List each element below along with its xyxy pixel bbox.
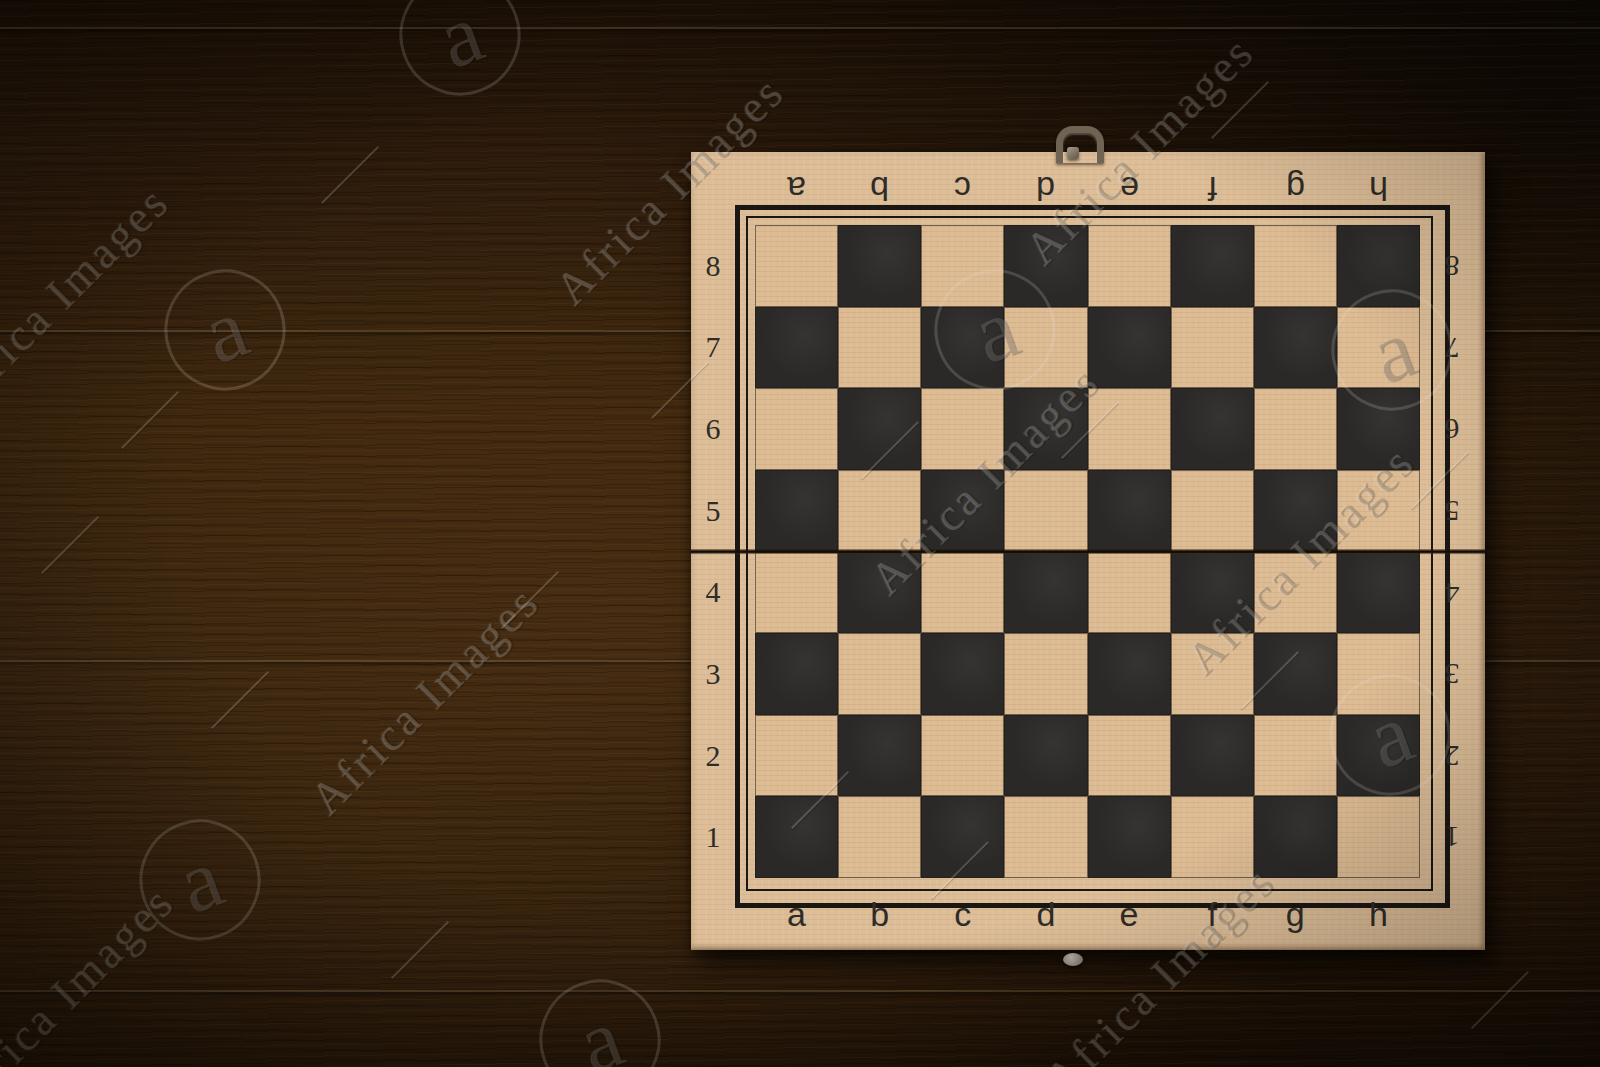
file-label-bottom-d: d <box>1004 888 1087 940</box>
file-label-top-b: b <box>838 164 921 214</box>
square-e2[interactable] <box>1088 715 1171 797</box>
square-a2[interactable] <box>755 715 838 797</box>
square-e3[interactable] <box>1088 633 1171 715</box>
square-f2[interactable] <box>1171 715 1254 797</box>
chessboard: abcdefgh abcdefgh 87654321 87654321 <box>691 152 1485 950</box>
file-label-top-d: d <box>1004 164 1087 214</box>
square-c6[interactable] <box>921 388 1004 470</box>
square-b6[interactable] <box>838 388 921 470</box>
rank-label-right-8: 8 <box>1419 225 1485 307</box>
file-label-bottom-c: c <box>921 888 1004 940</box>
file-label-top-c: c <box>921 164 1004 214</box>
square-h2[interactable] <box>1337 715 1420 797</box>
square-d4[interactable] <box>1004 552 1087 634</box>
square-g3[interactable] <box>1254 633 1337 715</box>
square-c4[interactable] <box>921 552 1004 634</box>
rank-label-left-3: 3 <box>691 633 735 715</box>
rank-label-left-4: 4 <box>691 552 735 634</box>
square-d5[interactable] <box>1004 470 1087 552</box>
square-h8[interactable] <box>1337 225 1420 307</box>
file-label-bottom-a: a <box>755 888 838 940</box>
square-g8[interactable] <box>1254 225 1337 307</box>
metal-clasp-icon <box>1056 126 1104 163</box>
file-label-top-f: f <box>1171 164 1254 214</box>
square-a3[interactable] <box>755 633 838 715</box>
square-b2[interactable] <box>838 715 921 797</box>
square-b7[interactable] <box>838 307 921 389</box>
file-label-bottom-f: f <box>1171 888 1254 940</box>
square-b4[interactable] <box>838 552 921 634</box>
square-e4[interactable] <box>1088 552 1171 634</box>
square-a8[interactable] <box>755 225 838 307</box>
fold-seam <box>691 549 1485 554</box>
square-h4[interactable] <box>1337 552 1420 634</box>
square-g4[interactable] <box>1254 552 1337 634</box>
rank-label-right-3: 3 <box>1419 633 1485 715</box>
square-d7[interactable] <box>1004 307 1087 389</box>
file-labels-top: abcdefgh <box>755 164 1420 214</box>
square-c2[interactable] <box>921 715 1004 797</box>
square-e6[interactable] <box>1088 388 1171 470</box>
table-plank-seam <box>0 990 1600 992</box>
square-g1[interactable] <box>1254 796 1337 878</box>
file-label-bottom-e: e <box>1088 888 1171 940</box>
metal-knob-icon <box>1063 953 1083 966</box>
rank-label-left-8: 8 <box>691 225 735 307</box>
square-f5[interactable] <box>1171 470 1254 552</box>
square-g2[interactable] <box>1254 715 1337 797</box>
square-c8[interactable] <box>921 225 1004 307</box>
square-d8[interactable] <box>1004 225 1087 307</box>
square-c7[interactable] <box>921 307 1004 389</box>
square-f3[interactable] <box>1171 633 1254 715</box>
square-d3[interactable] <box>1004 633 1087 715</box>
square-g5[interactable] <box>1254 470 1337 552</box>
square-h1[interactable] <box>1337 796 1420 878</box>
square-a7[interactable] <box>755 307 838 389</box>
table-plank-seam <box>0 27 1600 29</box>
square-f6[interactable] <box>1171 388 1254 470</box>
square-a6[interactable] <box>755 388 838 470</box>
clasp-pin-icon <box>1067 147 1079 159</box>
square-a1[interactable] <box>755 796 838 878</box>
square-g6[interactable] <box>1254 388 1337 470</box>
rank-label-right-4: 4 <box>1419 552 1485 634</box>
rank-label-left-5: 5 <box>691 470 735 552</box>
square-e5[interactable] <box>1088 470 1171 552</box>
square-e1[interactable] <box>1088 796 1171 878</box>
square-f7[interactable] <box>1171 307 1254 389</box>
rank-label-right-7: 7 <box>1419 307 1485 389</box>
square-d1[interactable] <box>1004 796 1087 878</box>
rank-label-right-6: 6 <box>1419 388 1485 470</box>
square-h6[interactable] <box>1337 388 1420 470</box>
file-label-top-g: g <box>1254 164 1337 214</box>
square-h5[interactable] <box>1337 470 1420 552</box>
photo-scene: abcdefgh abcdefgh 87654321 87654321 Afri… <box>0 0 1600 1067</box>
square-e8[interactable] <box>1088 225 1171 307</box>
square-b1[interactable] <box>838 796 921 878</box>
file-label-bottom-b: b <box>838 888 921 940</box>
square-c5[interactable] <box>921 470 1004 552</box>
rank-label-right-2: 2 <box>1419 715 1485 797</box>
square-h3[interactable] <box>1337 633 1420 715</box>
file-label-bottom-g: g <box>1254 888 1337 940</box>
rank-label-left-2: 2 <box>691 715 735 797</box>
rank-label-left-1: 1 <box>691 796 735 878</box>
rank-label-left-6: 6 <box>691 388 735 470</box>
square-f8[interactable] <box>1171 225 1254 307</box>
file-label-top-e: e <box>1088 164 1171 214</box>
square-f1[interactable] <box>1171 796 1254 878</box>
file-label-top-a: a <box>755 164 838 214</box>
square-c3[interactable] <box>921 633 1004 715</box>
square-f4[interactable] <box>1171 552 1254 634</box>
square-b5[interactable] <box>838 470 921 552</box>
file-label-top-h: h <box>1337 164 1420 214</box>
rank-label-right-1: 1 <box>1419 796 1485 878</box>
square-g7[interactable] <box>1254 307 1337 389</box>
file-label-bottom-h: h <box>1337 888 1420 940</box>
rank-label-right-5: 5 <box>1419 470 1485 552</box>
square-b8[interactable] <box>838 225 921 307</box>
file-labels-bottom: abcdefgh <box>755 888 1420 940</box>
square-c1[interactable] <box>921 796 1004 878</box>
square-a5[interactable] <box>755 470 838 552</box>
square-d2[interactable] <box>1004 715 1087 797</box>
square-d6[interactable] <box>1004 388 1087 470</box>
rank-label-left-7: 7 <box>691 307 735 389</box>
square-b3[interactable] <box>838 633 921 715</box>
square-a4[interactable] <box>755 552 838 634</box>
square-h7[interactable] <box>1337 307 1420 389</box>
square-e7[interactable] <box>1088 307 1171 389</box>
